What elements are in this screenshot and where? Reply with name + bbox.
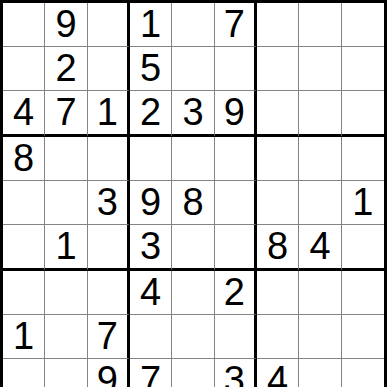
cell-r4c1[interactable]: 8 (3, 137, 45, 181)
cell-r2c1[interactable] (3, 47, 45, 91)
cell-r4c5[interactable] (172, 137, 214, 181)
cell-r7c9[interactable] (342, 271, 384, 315)
cell-r8c2[interactable] (45, 315, 87, 359)
cell-r9c3[interactable]: 9 (88, 359, 130, 387)
cell-r2c5[interactable] (172, 47, 214, 91)
cell-r5c8[interactable] (299, 181, 341, 225)
cell-r3c9[interactable] (342, 91, 384, 137)
cell-r4c3[interactable] (88, 137, 130, 181)
cell-r3c2[interactable]: 7 (45, 91, 87, 137)
cell-r4c8[interactable] (299, 137, 341, 181)
cell-r2c4[interactable]: 5 (130, 47, 172, 91)
cell-r3c6[interactable]: 9 (215, 91, 257, 137)
cell-r8c9[interactable] (342, 315, 384, 359)
cell-r7c5[interactable] (172, 271, 214, 315)
cell-r7c6[interactable]: 2 (215, 271, 257, 315)
cell-r9c2[interactable] (45, 359, 87, 387)
cell-r9c1[interactable] (3, 359, 45, 387)
cell-r5c7[interactable] (257, 181, 299, 225)
cell-r1c4[interactable]: 1 (130, 3, 172, 47)
cell-r3c4[interactable]: 2 (130, 91, 172, 137)
cell-r1c1[interactable] (3, 3, 45, 47)
cell-r5c4[interactable]: 9 (130, 181, 172, 225)
cell-r6c1[interactable] (3, 225, 45, 271)
cell-r1c7[interactable] (257, 3, 299, 47)
cell-r8c1[interactable]: 1 (3, 315, 45, 359)
cell-r1c5[interactable] (172, 3, 214, 47)
cell-r3c5[interactable]: 3 (172, 91, 214, 137)
cell-r2c7[interactable] (257, 47, 299, 91)
cell-r6c2[interactable]: 1 (45, 225, 87, 271)
cell-r7c3[interactable] (88, 271, 130, 315)
cell-r5c1[interactable] (3, 181, 45, 225)
cell-r4c6[interactable] (215, 137, 257, 181)
cell-r2c6[interactable] (215, 47, 257, 91)
cell-r2c2[interactable]: 2 (45, 47, 87, 91)
cell-r7c2[interactable] (45, 271, 87, 315)
cell-r6c3[interactable] (88, 225, 130, 271)
cell-r9c5[interactable] (172, 359, 214, 387)
cell-r2c3[interactable] (88, 47, 130, 91)
cell-r1c8[interactable] (299, 3, 341, 47)
cell-r9c9[interactable] (342, 359, 384, 387)
cell-r8c7[interactable] (257, 315, 299, 359)
cell-r8c5[interactable] (172, 315, 214, 359)
cell-r5c6[interactable] (215, 181, 257, 225)
cell-r8c8[interactable] (299, 315, 341, 359)
cell-r4c7[interactable] (257, 137, 299, 181)
cell-r5c2[interactable] (45, 181, 87, 225)
cell-r6c5[interactable] (172, 225, 214, 271)
cell-r5c3[interactable]: 3 (88, 181, 130, 225)
cell-r6c9[interactable] (342, 225, 384, 271)
cell-r7c1[interactable] (3, 271, 45, 315)
cell-r3c3[interactable]: 1 (88, 91, 130, 137)
cell-r7c4[interactable]: 4 (130, 271, 172, 315)
cell-r6c6[interactable] (215, 225, 257, 271)
cell-r4c9[interactable] (342, 137, 384, 181)
cell-r9c8[interactable] (299, 359, 341, 387)
cell-r1c6[interactable]: 7 (215, 3, 257, 47)
cell-r1c2[interactable]: 9 (45, 3, 87, 47)
cell-r4c4[interactable] (130, 137, 172, 181)
sudoku-board: 9172547123983981138442179734 (0, 0, 387, 387)
cell-r8c6[interactable] (215, 315, 257, 359)
cell-r6c8[interactable]: 4 (299, 225, 341, 271)
cell-r4c2[interactable] (45, 137, 87, 181)
cell-r1c3[interactable] (88, 3, 130, 47)
cell-r9c4[interactable]: 7 (130, 359, 172, 387)
cell-r2c8[interactable] (299, 47, 341, 91)
cell-r8c3[interactable]: 7 (88, 315, 130, 359)
cell-r8c4[interactable] (130, 315, 172, 359)
cell-r9c6[interactable]: 3 (215, 359, 257, 387)
cell-r7c7[interactable] (257, 271, 299, 315)
cell-r2c9[interactable] (342, 47, 384, 91)
cell-r3c1[interactable]: 4 (3, 91, 45, 137)
cell-r9c7[interactable]: 4 (257, 359, 299, 387)
cell-r7c8[interactable] (299, 271, 341, 315)
cell-r5c9[interactable]: 1 (342, 181, 384, 225)
cell-r3c7[interactable] (257, 91, 299, 137)
cell-r5c5[interactable]: 8 (172, 181, 214, 225)
cell-r6c4[interactable]: 3 (130, 225, 172, 271)
cell-r3c8[interactable] (299, 91, 341, 137)
cell-r6c7[interactable]: 8 (257, 225, 299, 271)
cell-r1c9[interactable] (342, 3, 384, 47)
